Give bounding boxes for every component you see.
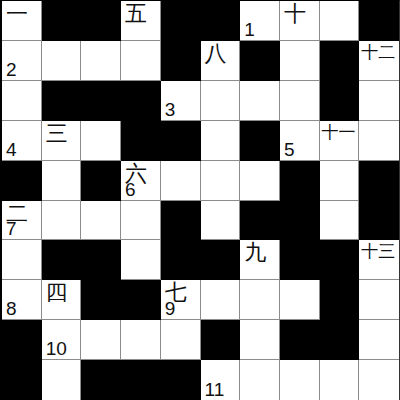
across-clue-number: 10 bbox=[46, 339, 67, 358]
down-clue-label: 七 bbox=[165, 281, 187, 304]
black-cell-r2c3 bbox=[121, 81, 161, 121]
black-cell-r4c9 bbox=[359, 161, 399, 201]
black-cell-r3c3 bbox=[121, 121, 161, 161]
black-cell-r0c9 bbox=[359, 1, 399, 41]
black-cell-r6c7 bbox=[280, 240, 320, 280]
cell-r6c6[interactable]: 九 bbox=[240, 240, 280, 280]
cell-r3c0[interactable]: 4 bbox=[2, 121, 42, 161]
black-cell-r0c4 bbox=[161, 1, 201, 41]
down-clue-label: 二 bbox=[6, 202, 28, 225]
black-cell-r7c8 bbox=[320, 280, 360, 320]
cell-r1c5[interactable]: 八 bbox=[201, 41, 241, 81]
cell-r5c5[interactable] bbox=[201, 201, 241, 241]
down-clue-label: 十二 bbox=[361, 44, 395, 62]
black-cell-r6c1 bbox=[42, 240, 82, 280]
cell-r8c3[interactable] bbox=[121, 320, 161, 360]
cell-r7c9[interactable] bbox=[359, 280, 399, 320]
cell-r1c0[interactable]: 2 bbox=[2, 41, 42, 81]
cell-r1c3[interactable] bbox=[121, 41, 161, 81]
cell-r2c5[interactable] bbox=[201, 81, 241, 121]
black-cell-r8c0 bbox=[2, 320, 42, 360]
black-cell-r6c2 bbox=[81, 240, 121, 280]
across-clue-number: 1 bbox=[244, 20, 255, 39]
down-clue-label: 九 bbox=[244, 241, 266, 264]
cell-r2c9[interactable] bbox=[359, 81, 399, 121]
black-cell-r1c4 bbox=[161, 41, 201, 81]
cell-r3c8[interactable]: 十一 bbox=[320, 121, 360, 161]
cell-r2c7[interactable] bbox=[280, 81, 320, 121]
cell-r1c2[interactable] bbox=[81, 41, 121, 81]
down-clue-label: 五 bbox=[125, 2, 147, 25]
black-cell-r0c5 bbox=[201, 1, 241, 41]
cell-r8c9[interactable] bbox=[359, 320, 399, 360]
black-cell-r8c5 bbox=[201, 320, 241, 360]
black-cell-r5c9 bbox=[359, 201, 399, 241]
cell-r3c7[interactable]: 5 bbox=[280, 121, 320, 161]
black-cell-r7c3 bbox=[121, 280, 161, 320]
cell-r5c8[interactable] bbox=[320, 201, 360, 241]
black-cell-r2c1 bbox=[42, 81, 82, 121]
down-clue-label: 十 bbox=[284, 2, 306, 25]
black-cell-r9c0 bbox=[2, 360, 42, 400]
black-cell-r6c8 bbox=[320, 240, 360, 280]
cell-r9c6[interactable] bbox=[240, 360, 280, 400]
black-cell-r2c2 bbox=[81, 81, 121, 121]
cell-r4c4[interactable] bbox=[161, 161, 201, 201]
cell-r7c6[interactable] bbox=[240, 280, 280, 320]
cell-r4c6[interactable] bbox=[240, 161, 280, 201]
cell-r9c9[interactable] bbox=[359, 360, 399, 400]
cell-r0c0[interactable]: 一 bbox=[2, 1, 42, 41]
black-cell-r4c0 bbox=[2, 161, 42, 201]
cell-r3c5[interactable] bbox=[201, 121, 241, 161]
black-cell-r8c7 bbox=[280, 320, 320, 360]
cell-r4c5[interactable] bbox=[201, 161, 241, 201]
cell-r8c6[interactable] bbox=[240, 320, 280, 360]
black-cell-r2c8 bbox=[320, 81, 360, 121]
black-cell-r9c3 bbox=[121, 360, 161, 400]
down-clue-label: 四 bbox=[46, 281, 68, 304]
across-clue-number: 4 bbox=[6, 140, 17, 159]
down-clue-label: 三 bbox=[46, 122, 68, 145]
down-clue-label: 八 bbox=[205, 42, 227, 65]
cell-r6c0[interactable] bbox=[2, 240, 42, 280]
black-cell-r6c5 bbox=[201, 240, 241, 280]
cell-r6c9[interactable]: 十三 bbox=[359, 240, 399, 280]
black-cell-r9c4 bbox=[161, 360, 201, 400]
black-cell-r0c1 bbox=[42, 1, 82, 41]
cell-r7c5[interactable] bbox=[201, 280, 241, 320]
black-cell-r5c7 bbox=[280, 201, 320, 241]
black-cell-r6c4 bbox=[161, 240, 201, 280]
across-clue-number: 11 bbox=[205, 380, 225, 399]
crossword-puzzle: 一五1十2八十二34三5十一六6二7九十三8四七91011 bbox=[0, 0, 400, 400]
across-clue-number: 3 bbox=[165, 100, 176, 119]
cell-r2c6[interactable] bbox=[240, 81, 280, 121]
across-clue-number: 5 bbox=[284, 140, 295, 159]
cell-r5c0[interactable]: 二7 bbox=[2, 201, 42, 241]
black-cell-r3c4 bbox=[161, 121, 201, 161]
cell-r3c9[interactable] bbox=[359, 121, 399, 161]
black-cell-r1c8 bbox=[320, 41, 360, 81]
cell-r7c4[interactable]: 七9 bbox=[161, 280, 201, 320]
cell-r1c1[interactable] bbox=[42, 41, 82, 81]
cell-r8c1[interactable]: 10 bbox=[42, 320, 82, 360]
cell-r9c5[interactable]: 11 bbox=[201, 360, 241, 400]
down-clue-label: 十三 bbox=[361, 243, 395, 261]
cell-r4c1[interactable] bbox=[42, 161, 82, 201]
black-cell-r5c4 bbox=[161, 201, 201, 241]
cell-r5c2[interactable] bbox=[81, 201, 121, 241]
black-cell-r4c2 bbox=[81, 161, 121, 201]
black-cell-r0c2 bbox=[81, 1, 121, 41]
cell-r6c3[interactable] bbox=[121, 240, 161, 280]
cell-r4c3[interactable]: 六6 bbox=[121, 161, 161, 201]
black-cell-r5c6 bbox=[240, 201, 280, 241]
cell-r0c3[interactable]: 五 bbox=[121, 1, 161, 41]
down-clue-label: 六 bbox=[125, 162, 147, 185]
cell-r7c0[interactable]: 8 bbox=[2, 280, 42, 320]
cell-r7c7[interactable] bbox=[280, 280, 320, 320]
cell-r3c2[interactable] bbox=[81, 121, 121, 161]
cell-r0c6[interactable]: 1 bbox=[240, 1, 280, 41]
cell-r2c4[interactable]: 3 bbox=[161, 81, 201, 121]
across-clue-number: 7 bbox=[6, 219, 17, 238]
cell-r4c8[interactable] bbox=[320, 161, 360, 201]
cell-r0c7[interactable]: 十 bbox=[280, 1, 320, 41]
black-cell-r8c8 bbox=[320, 320, 360, 360]
down-clue-label: 十一 bbox=[322, 124, 356, 142]
black-cell-r4c7 bbox=[280, 161, 320, 201]
cell-r8c2[interactable] bbox=[81, 320, 121, 360]
cell-r2c0[interactable] bbox=[2, 81, 42, 121]
black-cell-r1c6 bbox=[240, 41, 280, 81]
black-cell-r9c2 bbox=[81, 360, 121, 400]
cell-r7c1[interactable]: 四 bbox=[42, 280, 82, 320]
down-clue-label: 一 bbox=[6, 2, 28, 25]
black-cell-r3c6 bbox=[240, 121, 280, 161]
across-clue-number: 9 bbox=[165, 299, 176, 318]
cell-r5c3[interactable] bbox=[121, 201, 161, 241]
crossword-grid: 一五1十2八十二34三5十一六6二7九十三8四七91011 bbox=[0, 0, 400, 400]
cell-r5c1[interactable] bbox=[42, 201, 82, 241]
black-cell-r7c2 bbox=[81, 280, 121, 320]
cell-r1c9[interactable]: 十二 bbox=[359, 41, 399, 81]
cell-r0c8[interactable] bbox=[320, 1, 360, 41]
across-clue-number: 8 bbox=[6, 299, 17, 318]
cell-r1c7[interactable] bbox=[280, 41, 320, 81]
cell-r3c1[interactable]: 三 bbox=[42, 121, 82, 161]
cell-r9c1[interactable] bbox=[42, 360, 82, 400]
cell-r9c7[interactable] bbox=[280, 360, 320, 400]
across-clue-number: 6 bbox=[125, 180, 136, 199]
across-clue-number: 2 bbox=[6, 60, 17, 79]
cell-r8c4[interactable] bbox=[161, 320, 201, 360]
cell-r9c8[interactable] bbox=[320, 360, 360, 400]
